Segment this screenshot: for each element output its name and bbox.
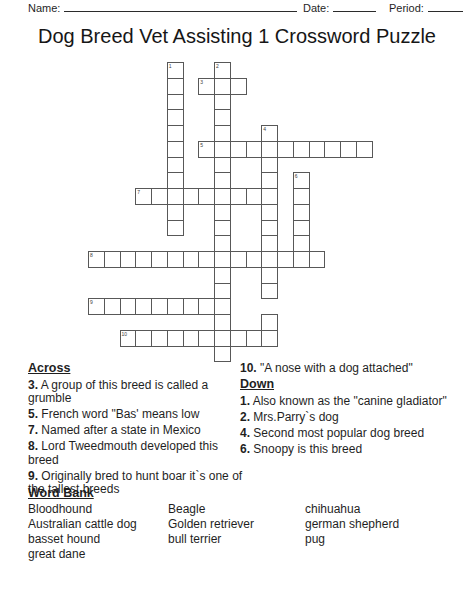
cell-clue-number: 8 <box>90 252 93 258</box>
grid-cell-r2c8[interactable] <box>214 94 231 111</box>
grid-cell-r12c14[interactable] <box>309 251 326 268</box>
grid-cell-r9c8[interactable] <box>214 204 231 221</box>
grid-cell-r11c8[interactable] <box>214 235 231 252</box>
word-bank-item: Bloodhound <box>28 502 168 517</box>
cell-clue-number: 1 <box>169 63 172 69</box>
period-field-group: Period: <box>389 2 463 14</box>
clue-number-label: 4. <box>240 426 250 440</box>
name-field-group: Name: <box>28 2 297 14</box>
grid-cell-r15c2[interactable] <box>120 298 137 315</box>
clue-text: Snoopy is this breed <box>253 442 362 456</box>
word-bank-item: pug <box>305 532 445 547</box>
grid-cell-r1c8[interactable] <box>214 78 231 95</box>
clue-text: French word "Bas' means low <box>41 407 199 421</box>
grid-cell-r17c11[interactable] <box>261 330 278 347</box>
grid-cell-r8c13[interactable] <box>293 188 310 205</box>
grid-cell-r6c11[interactable] <box>261 157 278 174</box>
grid-cell-r10c8[interactable] <box>214 220 231 237</box>
word-bank-heading: Word Bank <box>28 486 458 500</box>
grid-cell-r17c3[interactable] <box>135 330 152 347</box>
period-label: Period: <box>389 2 424 14</box>
grid-cell-r15c0[interactable]: 9 <box>88 298 105 315</box>
grid-cell-r15c8[interactable] <box>214 298 231 315</box>
grid-cell-r15c3[interactable] <box>135 298 152 315</box>
word-bank-item: Beagle <box>168 502 305 517</box>
grid-cell-r14c8[interactable] <box>214 283 231 300</box>
cell-clue-number: 7 <box>137 189 140 195</box>
grid-cell-r8c8[interactable] <box>214 188 231 205</box>
grid-cell-r4c8[interactable] <box>214 125 231 142</box>
clue-number-label: 2. <box>240 410 250 424</box>
grid-cell-r7c8[interactable] <box>214 172 231 189</box>
grid-cell-r2c5[interactable] <box>167 94 184 111</box>
clue-number-label: 3. <box>28 378 38 392</box>
grid-cell-r10c11[interactable] <box>261 220 278 237</box>
date-field-group: Date: <box>303 2 376 14</box>
grid-cell-r1c9[interactable] <box>230 78 247 95</box>
word-bank-item: great dane <box>28 547 168 562</box>
clue-text: "A nose with a dog attached" <box>260 361 413 375</box>
clue-number-label: 1. <box>240 394 250 408</box>
grid-cell-r15c4[interactable] <box>151 298 168 315</box>
cell-clue-number: 9 <box>90 299 93 305</box>
grid-cell-r8c5[interactable] <box>167 188 184 205</box>
grid-cell-r5c9[interactable] <box>230 141 247 158</box>
grid-cell-r8c4[interactable] <box>151 188 168 205</box>
grid-cell-r12c4[interactable] <box>151 251 168 268</box>
grid-cell-r5c17[interactable] <box>356 141 373 158</box>
grid-cell-r5c16[interactable] <box>340 141 357 158</box>
grid-cell-r11c13[interactable] <box>293 235 310 252</box>
clue-across-7: 7. Named after a state in Mexico <box>28 424 243 438</box>
grid-cell-r17c9[interactable] <box>230 330 247 347</box>
grid-cell-r17c6[interactable] <box>183 330 200 347</box>
word-bank-column-2: Beagle Golden retriever bull terrier <box>168 502 305 562</box>
grid-cell-r5c8[interactable] <box>214 141 231 158</box>
grid-cell-r8c7[interactable] <box>198 188 215 205</box>
grid-cell-r9c5[interactable] <box>167 204 184 221</box>
grid-cell-r6c5[interactable] <box>167 157 184 174</box>
word-bank-item: german shepherd <box>305 517 445 532</box>
word-bank-item: bull terrier <box>168 532 305 547</box>
grid-cell-r3c5[interactable] <box>167 109 184 126</box>
grid-cell-r12c12[interactable] <box>277 251 294 268</box>
word-bank-item: basset hound <box>28 532 168 547</box>
across-clues-column: Across 3. A group of this breed is calle… <box>28 362 243 499</box>
grid-cell-r12c5[interactable] <box>167 251 184 268</box>
grid-cell-r12c3[interactable] <box>135 251 152 268</box>
grid-cell-r6c8[interactable] <box>214 157 231 174</box>
clue-number-label: 7. <box>28 423 38 437</box>
clue-text: A group of this breed is called a grumbl… <box>28 378 208 406</box>
down-clues-column: 10. "A nose with a dog attached" Down 1.… <box>240 362 454 459</box>
grid-cell-r14c11[interactable] <box>261 283 278 300</box>
word-bank-column-3: chihuahua german shepherd pug <box>305 502 445 562</box>
clue-text: Lord Tweedmouth developed this breed <box>28 439 218 467</box>
clue-across-10: 10. "A nose with a dog attached" <box>240 362 454 376</box>
cell-clue-number: 5 <box>200 142 203 148</box>
word-bank-column-1: Bloodhound Australian cattle dog basset … <box>28 502 168 562</box>
grid-cell-r7c5[interactable] <box>167 172 184 189</box>
grid-cell-r15c6[interactable] <box>183 298 200 315</box>
grid-cell-r5c5[interactable] <box>167 141 184 158</box>
name-label: Name: <box>28 2 60 14</box>
clue-number-label: 5. <box>28 407 38 421</box>
grid-cell-r8c10[interactable] <box>246 188 263 205</box>
grid-cell-r5c15[interactable] <box>324 141 341 158</box>
grid-cell-r7c11[interactable] <box>261 172 278 189</box>
date-label: Date: <box>303 2 329 14</box>
cell-clue-number: 6 <box>295 173 298 179</box>
grid-cell-r12c13[interactable] <box>293 251 310 268</box>
grid-cell-r8c9[interactable] <box>230 188 247 205</box>
grid-cell-r15c5[interactable] <box>167 298 184 315</box>
name-blank-line[interactable] <box>64 2 297 12</box>
grid-cell-r10c13[interactable] <box>293 220 310 237</box>
word-bank: Word Bank Bloodhound Australian cattle d… <box>28 486 458 562</box>
clue-text: Second most popular dog breed <box>253 426 424 440</box>
clue-number-label: 9. <box>28 469 38 483</box>
grid-cell-r7c13[interactable]: 6 <box>293 172 310 189</box>
grid-cell-r4c5[interactable] <box>167 125 184 142</box>
grid-cell-r12c10[interactable] <box>246 251 263 268</box>
period-blank-line[interactable] <box>428 2 463 12</box>
across-heading: Across <box>28 362 243 376</box>
grid-cell-r17c7[interactable] <box>198 330 215 347</box>
grid-cell-r12c6[interactable] <box>183 251 200 268</box>
down-heading: Down <box>240 378 454 392</box>
grid-cell-r17c5[interactable] <box>167 330 184 347</box>
grid-cell-r8c11[interactable] <box>261 188 278 205</box>
cell-clue-number: 3 <box>200 79 203 85</box>
clue-down-2: 2. Mrs.Parry`s dog <box>240 411 454 425</box>
clue-down-6: 6. Snoopy is this breed <box>240 443 454 457</box>
grid-cell-r12c1[interactable] <box>104 251 121 268</box>
grid-cell-r13c8[interactable] <box>214 267 231 284</box>
grid-cell-r8c3[interactable]: 7 <box>135 188 152 205</box>
grid-cell-r10c5[interactable] <box>167 220 184 237</box>
grid-cell-r9c13[interactable] <box>293 204 310 221</box>
grid-cell-r12c2[interactable] <box>120 251 137 268</box>
grid-cell-r4c11[interactable]: 4 <box>261 125 278 142</box>
grid-cell-r5c7[interactable]: 5 <box>198 141 215 158</box>
clue-down-4: 4. Second most popular dog breed <box>240 427 454 441</box>
crossword-grid: 12345678910 <box>88 62 373 363</box>
grid-cell-r16c11[interactable] <box>261 314 278 331</box>
grid-cell-r13c11[interactable] <box>261 267 278 284</box>
clue-number-label: 8. <box>28 439 38 453</box>
clue-across-3: 3. A group of this breed is called a gru… <box>28 379 243 406</box>
clue-across-8: 8. Lord Tweedmouth developed this breed <box>28 440 243 467</box>
grid-cell-r12c11[interactable] <box>261 251 278 268</box>
page-title: Dog Breed Vet Assisting 1 Crossword Puzz… <box>0 25 474 48</box>
grid-cell-r5c14[interactable] <box>309 141 326 158</box>
clue-across-5: 5. French word "Bas' means low <box>28 408 243 422</box>
grid-cell-r8c6[interactable] <box>183 188 200 205</box>
clue-number-label: 6. <box>240 442 250 456</box>
grid-cell-r17c2[interactable]: 10 <box>120 330 137 347</box>
grid-cell-r18c8[interactable] <box>214 346 231 363</box>
grid-cell-r17c10[interactable] <box>246 330 263 347</box>
clue-text: Also known as the "canine gladiator" <box>253 394 447 408</box>
grid-cell-r12c9[interactable] <box>230 251 247 268</box>
grid-cell-r16c8[interactable] <box>214 314 231 331</box>
grid-cell-r5c13[interactable] <box>293 141 310 158</box>
grid-cell-r9c11[interactable] <box>261 204 278 221</box>
grid-cell-r12c7[interactable] <box>198 251 215 268</box>
cell-clue-number: 10 <box>122 331 128 337</box>
grid-cell-r12c0[interactable]: 8 <box>88 251 105 268</box>
grid-cell-r15c1[interactable] <box>104 298 121 315</box>
cell-clue-number: 2 <box>216 63 219 69</box>
grid-cell-r11c11[interactable] <box>261 235 278 252</box>
word-bank-item: Australian cattle dog <box>28 517 168 532</box>
grid-cell-r5c12[interactable] <box>277 141 294 158</box>
cell-clue-number: 4 <box>263 126 266 132</box>
grid-cell-r0c5[interactable]: 1 <box>167 62 184 79</box>
grid-cell-r1c7[interactable]: 3 <box>198 78 215 95</box>
clue-number-label: 10. <box>240 361 257 375</box>
clue-text: Mrs.Parry`s dog <box>253 410 338 424</box>
grid-cell-r1c5[interactable] <box>167 78 184 95</box>
grid-cell-r17c8[interactable] <box>214 330 231 347</box>
clue-text: Named after a state in Mexico <box>41 423 200 437</box>
grid-cell-r15c7[interactable] <box>198 298 215 315</box>
grid-cell-r0c8[interactable]: 2 <box>214 62 231 79</box>
grid-cell-r5c10[interactable] <box>246 141 263 158</box>
grid-cell-r17c4[interactable] <box>151 330 168 347</box>
grid-cell-r3c8[interactable] <box>214 109 231 126</box>
clue-down-1: 1. Also known as the "canine gladiator" <box>240 395 454 409</box>
grid-cell-r5c11[interactable] <box>261 141 278 158</box>
grid-cell-r12c8[interactable] <box>214 251 231 268</box>
word-bank-item: chihuahua <box>305 502 445 517</box>
date-blank-line[interactable] <box>333 2 376 12</box>
word-bank-item: Golden retriever <box>168 517 305 532</box>
